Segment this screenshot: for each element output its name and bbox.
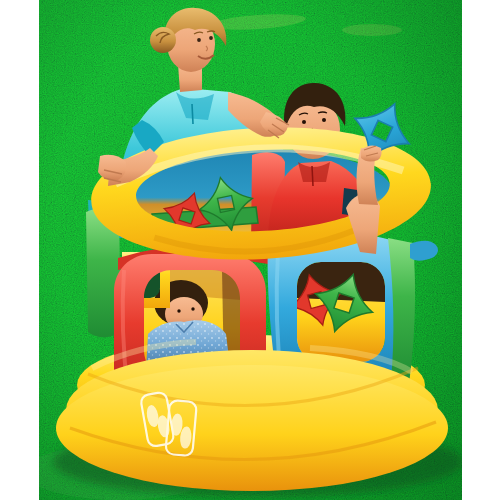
woman-hair-bun — [150, 27, 176, 53]
scene-art — [0, 0, 500, 500]
photo-canvas — [0, 0, 500, 500]
right-window-interior — [284, 262, 385, 362]
